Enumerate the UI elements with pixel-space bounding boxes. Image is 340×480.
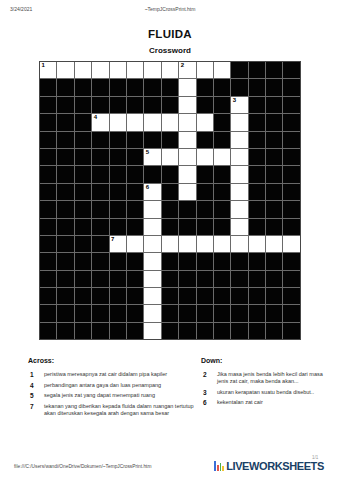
- answer-cell[interactable]: [231, 114, 247, 130]
- black-cell: [266, 184, 282, 200]
- black-cell: [40, 79, 56, 95]
- black-cell: [127, 271, 143, 287]
- black-cell: [92, 79, 108, 95]
- black-cell: [179, 253, 195, 269]
- black-cell: [249, 149, 265, 165]
- black-cell: [162, 305, 178, 321]
- black-cell: [283, 132, 299, 148]
- black-cell: [57, 149, 73, 165]
- answer-cell[interactable]: [179, 236, 195, 252]
- black-cell: [283, 97, 299, 113]
- black-cell: [75, 79, 91, 95]
- black-cell: [197, 79, 213, 95]
- black-cell: [40, 184, 56, 200]
- black-cell: [40, 201, 56, 217]
- black-cell: [283, 271, 299, 287]
- black-cell: [110, 323, 126, 339]
- answer-cell[interactable]: [127, 114, 143, 130]
- across-heading: Across:: [28, 357, 194, 364]
- black-cell: [283, 184, 299, 200]
- black-cell: [110, 288, 126, 304]
- black-cell: [127, 149, 143, 165]
- answer-cell[interactable]: 4: [92, 114, 108, 130]
- black-cell: [197, 166, 213, 182]
- black-cell: [283, 62, 299, 78]
- black-cell: [57, 79, 73, 95]
- black-cell: [127, 184, 143, 200]
- across-clues-section: Across: 1peristiwa meresapnya zat cair d…: [28, 357, 194, 421]
- black-cell: [266, 323, 282, 339]
- across-clue-1: 1peristiwa meresapnya zat cair didalam p…: [28, 371, 194, 378]
- black-cell: [144, 132, 160, 148]
- black-cell: [249, 305, 265, 321]
- black-cell: [231, 62, 247, 78]
- answer-cell[interactable]: [144, 288, 160, 304]
- liveworksheets-logo-text: LIVEWORKSHEETS: [226, 460, 324, 472]
- black-cell: [127, 132, 143, 148]
- black-cell: [144, 166, 160, 182]
- black-cell: [57, 166, 73, 182]
- black-cell: [144, 79, 160, 95]
- answer-cell[interactable]: [283, 236, 299, 252]
- black-cell: [162, 288, 178, 304]
- answer-cell[interactable]: [214, 149, 230, 165]
- answer-cell[interactable]: [179, 149, 195, 165]
- answer-cell[interactable]: [144, 271, 160, 287]
- black-cell: [214, 253, 230, 269]
- black-cell: [75, 323, 91, 339]
- black-cell: [249, 166, 265, 182]
- black-cell: [179, 271, 195, 287]
- black-cell: [40, 219, 56, 235]
- black-cell: [57, 271, 73, 287]
- logo-bar: [217, 465, 219, 471]
- black-cell: [75, 201, 91, 217]
- answer-cell[interactable]: [144, 62, 160, 78]
- black-cell: [197, 201, 213, 217]
- page-subtitle: Crossword: [0, 46, 340, 55]
- black-cell: [75, 97, 91, 113]
- black-cell: [162, 132, 178, 148]
- clue-number: 1: [42, 62, 45, 69]
- black-cell: [214, 97, 230, 113]
- black-cell: [266, 288, 282, 304]
- black-cell: [40, 288, 56, 304]
- answer-cell[interactable]: [75, 62, 91, 78]
- black-cell: [197, 288, 213, 304]
- black-cell: [231, 253, 247, 269]
- black-cell: [127, 201, 143, 217]
- black-cell: [110, 201, 126, 217]
- black-cell: [266, 253, 282, 269]
- black-cell: [249, 323, 265, 339]
- black-cell: [214, 79, 230, 95]
- black-cell: [127, 288, 143, 304]
- clue-number: 4: [94, 114, 97, 121]
- black-cell: [214, 219, 230, 235]
- black-cell: [249, 114, 265, 130]
- black-cell: [92, 97, 108, 113]
- answer-cell[interactable]: [231, 236, 247, 252]
- black-cell: [127, 166, 143, 182]
- clue-text: tekanan yang diberikan kepada fluida dal…: [44, 403, 194, 417]
- black-cell: [57, 184, 73, 200]
- black-cell: [57, 253, 73, 269]
- black-cell: [92, 288, 108, 304]
- down-clue-list: 2Jika masa jenis benda lebih kecil dari …: [201, 371, 333, 407]
- black-cell: [266, 271, 282, 287]
- black-cell: [283, 166, 299, 182]
- clue-number: 2: [181, 62, 184, 69]
- black-cell: [40, 236, 56, 252]
- black-cell: [40, 97, 56, 113]
- logo-bar: [220, 463, 222, 471]
- black-cell: [283, 201, 299, 217]
- answer-cell[interactable]: 1: [40, 62, 56, 78]
- black-cell: [249, 184, 265, 200]
- crossword-grid: 1234567: [39, 61, 301, 340]
- answer-cell[interactable]: [57, 62, 73, 78]
- clue-text: Jika masa jenis benda lebih kecil dari m…: [217, 371, 333, 385]
- black-cell: [92, 132, 108, 148]
- black-cell: [231, 288, 247, 304]
- answer-cell[interactable]: [162, 236, 178, 252]
- black-cell: [57, 132, 73, 148]
- black-cell: [110, 132, 126, 148]
- black-cell: [249, 271, 265, 287]
- black-cell: [127, 97, 143, 113]
- black-cell: [110, 149, 126, 165]
- black-cell: [231, 305, 247, 321]
- answer-cell[interactable]: [179, 97, 195, 113]
- black-cell: [197, 132, 213, 148]
- worksheet-page: 3/24/2021 ~TempJCrossPrint.htm FLUIDA Cr…: [0, 0, 340, 480]
- black-cell: [110, 184, 126, 200]
- black-cell: [127, 219, 143, 235]
- black-cell: [162, 323, 178, 339]
- answer-cell[interactable]: [197, 236, 213, 252]
- across-clue-5: 5segala jenis zat yang dapat menempati r…: [28, 392, 194, 399]
- answer-cell[interactable]: [214, 62, 230, 78]
- logo-bar: [222, 466, 224, 471]
- black-cell: [266, 201, 282, 217]
- answer-cell[interactable]: [179, 79, 195, 95]
- answer-cell[interactable]: [249, 236, 265, 252]
- black-cell: [179, 305, 195, 321]
- black-cell: [266, 114, 282, 130]
- black-cell: [92, 236, 108, 252]
- black-cell: [249, 219, 265, 235]
- black-cell: [214, 271, 230, 287]
- black-cell: [162, 253, 178, 269]
- answer-cell[interactable]: 6: [144, 184, 160, 200]
- answer-cell[interactable]: [110, 62, 126, 78]
- answer-cell[interactable]: [231, 219, 247, 235]
- black-cell: [40, 253, 56, 269]
- black-cell: [214, 132, 230, 148]
- answer-cell[interactable]: [179, 114, 195, 130]
- black-cell: [197, 271, 213, 287]
- answer-cell[interactable]: [144, 305, 160, 321]
- black-cell: [283, 288, 299, 304]
- answer-cell[interactable]: [179, 184, 195, 200]
- black-cell: [249, 201, 265, 217]
- black-cell: [92, 271, 108, 287]
- answer-cell[interactable]: [231, 166, 247, 182]
- black-cell: [92, 201, 108, 217]
- black-cell: [179, 219, 195, 235]
- answer-cell[interactable]: [197, 149, 213, 165]
- black-cell: [110, 79, 126, 95]
- black-cell: [283, 323, 299, 339]
- answer-cell[interactable]: [144, 253, 160, 269]
- black-cell: [266, 132, 282, 148]
- black-cell: [197, 323, 213, 339]
- black-cell: [249, 253, 265, 269]
- answer-cell[interactable]: 3: [231, 97, 247, 113]
- answer-cell[interactable]: [197, 114, 213, 130]
- logo-bar: [214, 461, 216, 471]
- clue-num: 1: [28, 371, 44, 378]
- black-cell: [179, 288, 195, 304]
- answer-cell[interactable]: [179, 132, 195, 148]
- black-cell: [40, 323, 56, 339]
- black-cell: [231, 323, 247, 339]
- answer-cell[interactable]: [266, 236, 282, 252]
- across-clue-list: 1peristiwa meresapnya zat cair didalam p…: [28, 371, 194, 417]
- across-clue-7: 7tekanan yang diberikan kepada fluida da…: [28, 403, 194, 417]
- black-cell: [57, 114, 73, 130]
- black-cell: [162, 201, 178, 217]
- black-cell: [57, 97, 73, 113]
- black-cell: [75, 253, 91, 269]
- black-cell: [266, 97, 282, 113]
- black-cell: [75, 271, 91, 287]
- black-cell: [249, 79, 265, 95]
- answer-cell[interactable]: [92, 62, 108, 78]
- answer-cell[interactable]: [127, 236, 143, 252]
- black-cell: [266, 166, 282, 182]
- black-cell: [162, 219, 178, 235]
- black-cell: [75, 132, 91, 148]
- down-clues-section: Down: 2Jika masa jenis benda lebih kecil…: [201, 357, 333, 410]
- black-cell: [40, 271, 56, 287]
- black-cell: [57, 236, 73, 252]
- clue-number: 6: [146, 184, 149, 191]
- black-cell: [266, 149, 282, 165]
- black-cell: [92, 323, 108, 339]
- clue-number: 3: [233, 97, 236, 104]
- black-cell: [283, 149, 299, 165]
- black-cell: [127, 79, 143, 95]
- answer-cell[interactable]: [231, 132, 247, 148]
- clue-num: 3: [201, 389, 217, 396]
- answer-cell[interactable]: 2: [179, 62, 195, 78]
- black-cell: [197, 219, 213, 235]
- black-cell: [266, 79, 282, 95]
- black-cell: [75, 219, 91, 235]
- black-cell: [249, 62, 265, 78]
- black-cell: [110, 271, 126, 287]
- black-cell: [57, 323, 73, 339]
- clue-text: ukuran kerapatan suatu benda disebut..: [217, 389, 314, 396]
- black-cell: [127, 253, 143, 269]
- answer-cell[interactable]: [144, 236, 160, 252]
- black-cell: [40, 166, 56, 182]
- black-cell: [75, 114, 91, 130]
- answer-cell[interactable]: 7: [110, 236, 126, 252]
- black-cell: [162, 271, 178, 287]
- clue-text: perbandingan antara gaya dan luas penamp…: [44, 382, 161, 389]
- black-cell: [214, 166, 230, 182]
- black-cell: [283, 114, 299, 130]
- answer-cell[interactable]: [162, 149, 178, 165]
- black-cell: [40, 305, 56, 321]
- black-cell: [75, 305, 91, 321]
- page-title: FLUIDA: [0, 28, 340, 40]
- black-cell: [127, 323, 143, 339]
- black-cell: [283, 253, 299, 269]
- black-cell: [110, 97, 126, 113]
- black-cell: [57, 305, 73, 321]
- black-cell: [162, 184, 178, 200]
- answer-cell[interactable]: [162, 62, 178, 78]
- across-clue-4: 4perbandingan antara gaya dan luas penam…: [28, 382, 194, 389]
- clue-num: 5: [28, 392, 44, 399]
- answer-cell[interactable]: [214, 236, 230, 252]
- clue-text: segala jenis zat yang dapat menempati ru…: [44, 392, 155, 399]
- black-cell: [214, 114, 230, 130]
- black-cell: [231, 79, 247, 95]
- clue-number: 5: [146, 149, 149, 156]
- down-heading: Down:: [201, 357, 333, 364]
- black-cell: [249, 132, 265, 148]
- answer-cell[interactable]: [162, 114, 178, 130]
- black-cell: [75, 236, 91, 252]
- black-cell: [231, 271, 247, 287]
- black-cell: [214, 288, 230, 304]
- print-document-name: ~TempJCrossPrint.htm: [0, 6, 340, 12]
- black-cell: [179, 201, 195, 217]
- black-cell: [110, 253, 126, 269]
- black-cell: [40, 114, 56, 130]
- black-cell: [197, 253, 213, 269]
- answer-cell[interactable]: [197, 62, 213, 78]
- answer-cell[interactable]: [144, 323, 160, 339]
- answer-cell[interactable]: [231, 149, 247, 165]
- black-cell: [75, 288, 91, 304]
- clue-num: 2: [201, 371, 217, 385]
- black-cell: [75, 166, 91, 182]
- black-cell: [283, 79, 299, 95]
- clue-num: 6: [201, 399, 217, 406]
- answer-cell[interactable]: [144, 219, 160, 235]
- black-cell: [57, 288, 73, 304]
- black-cell: [57, 219, 73, 235]
- black-cell: [266, 219, 282, 235]
- black-cell: [266, 62, 282, 78]
- down-clue-3: 3ukuran kerapatan suatu benda disebut..: [201, 389, 333, 396]
- liveworksheets-logo: LIVEWORKSHEETS: [214, 460, 324, 472]
- answer-cell[interactable]: [110, 114, 126, 130]
- answer-cell[interactable]: [231, 201, 247, 217]
- black-cell: [110, 305, 126, 321]
- black-cell: [214, 201, 230, 217]
- black-cell: [266, 305, 282, 321]
- black-cell: [40, 149, 56, 165]
- answer-cell[interactable]: [231, 184, 247, 200]
- answer-cell[interactable]: [144, 114, 160, 130]
- black-cell: [92, 166, 108, 182]
- black-cell: [179, 323, 195, 339]
- black-cell: [92, 184, 108, 200]
- black-cell: [75, 149, 91, 165]
- black-cell: [92, 219, 108, 235]
- black-cell: [249, 288, 265, 304]
- black-cell: [197, 97, 213, 113]
- black-cell: [92, 253, 108, 269]
- black-cell: [214, 323, 230, 339]
- answer-cell[interactable]: 5: [144, 149, 160, 165]
- black-cell: [57, 201, 73, 217]
- black-cell: [92, 149, 108, 165]
- black-cell: [110, 166, 126, 182]
- black-cell: [214, 305, 230, 321]
- black-cell: [75, 184, 91, 200]
- answer-cell[interactable]: [179, 166, 195, 182]
- black-cell: [127, 305, 143, 321]
- black-cell: [40, 132, 56, 148]
- clue-num: 4: [28, 382, 44, 389]
- black-cell: [162, 166, 178, 182]
- clue-num: 7: [28, 403, 44, 417]
- clue-text: kekentalan zat cair: [217, 399, 263, 406]
- answer-cell[interactable]: [127, 62, 143, 78]
- clue-number: 7: [111, 236, 114, 243]
- black-cell: [110, 219, 126, 235]
- black-cell: [249, 97, 265, 113]
- liveworksheets-bars-icon: [214, 461, 224, 472]
- black-cell: [197, 305, 213, 321]
- black-cell: [162, 97, 178, 113]
- down-clue-2: 2Jika masa jenis benda lebih kecil dari …: [201, 371, 333, 385]
- black-cell: [162, 79, 178, 95]
- clue-text: peristiwa meresapnya zat cair didalam pi…: [44, 371, 167, 378]
- print-footer-url: file:///C:/Users/wandi/OneDrive/Dokumen/…: [14, 464, 151, 469]
- black-cell: [283, 219, 299, 235]
- answer-cell[interactable]: [144, 201, 160, 217]
- down-clue-6: 6kekentalan zat cair: [201, 399, 333, 406]
- black-cell: [92, 305, 108, 321]
- black-cell: [214, 184, 230, 200]
- black-cell: [144, 97, 160, 113]
- black-cell: [283, 305, 299, 321]
- black-cell: [197, 184, 213, 200]
